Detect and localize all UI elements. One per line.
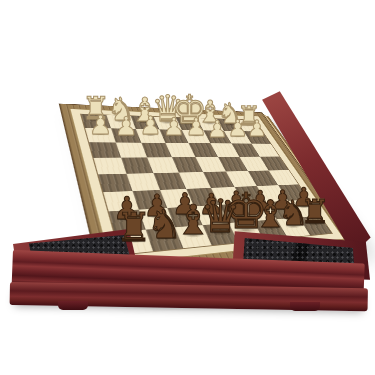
product-photo-chess-set: ♜♞♝♛♚♝♞♜♟♟♟♟♟♟♟♟♟♟♟♟♟♟♟♟♜♞♝♛♚♝♞♜ (0, 0, 375, 375)
box-foot-right (290, 302, 320, 311)
box-foot-left (58, 301, 88, 310)
